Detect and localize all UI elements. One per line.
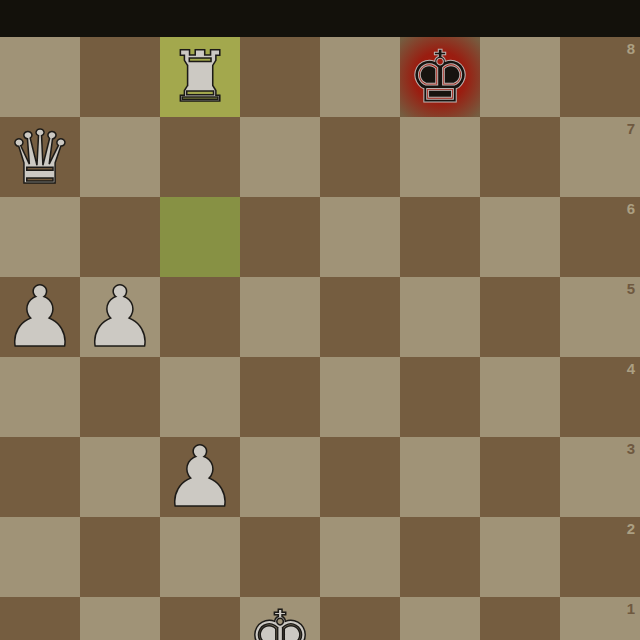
square-a8[interactable] bbox=[0, 37, 80, 117]
square-f8[interactable]: ♚ bbox=[400, 37, 480, 117]
square-d5[interactable] bbox=[240, 277, 320, 357]
square-g5[interactable] bbox=[480, 277, 560, 357]
square-h1[interactable]: 1 bbox=[560, 597, 640, 640]
chess-app-screen: ♜♚8♛76♟♟54♟32♚1 bbox=[0, 0, 640, 640]
square-d4[interactable] bbox=[240, 357, 320, 437]
rank-label-1: 1 bbox=[627, 600, 635, 617]
square-c4[interactable] bbox=[160, 357, 240, 437]
square-h6[interactable]: 6 bbox=[560, 197, 640, 277]
square-b2[interactable] bbox=[80, 517, 160, 597]
black-king[interactable]: ♚ bbox=[400, 37, 480, 117]
square-e4[interactable] bbox=[320, 357, 400, 437]
white-pawn[interactable]: ♟ bbox=[0, 277, 80, 357]
rank-label-6: 6 bbox=[627, 200, 635, 217]
square-c5[interactable] bbox=[160, 277, 240, 357]
square-b4[interactable] bbox=[80, 357, 160, 437]
square-d6[interactable] bbox=[240, 197, 320, 277]
rank-label-4: 4 bbox=[627, 360, 635, 377]
square-b6[interactable] bbox=[80, 197, 160, 277]
square-a7[interactable]: ♛ bbox=[0, 117, 80, 197]
square-h5[interactable]: 5 bbox=[560, 277, 640, 357]
square-h7[interactable]: 7 bbox=[560, 117, 640, 197]
square-d7[interactable] bbox=[240, 117, 320, 197]
rank-label-3: 3 bbox=[627, 440, 635, 457]
square-g6[interactable] bbox=[480, 197, 560, 277]
square-h3[interactable]: 3 bbox=[560, 437, 640, 517]
square-g2[interactable] bbox=[480, 517, 560, 597]
rank-label-2: 2 bbox=[627, 520, 635, 537]
square-g4[interactable] bbox=[480, 357, 560, 437]
square-c1[interactable] bbox=[160, 597, 240, 640]
square-a2[interactable] bbox=[0, 517, 80, 597]
square-e8[interactable] bbox=[320, 37, 400, 117]
square-b5[interactable]: ♟ bbox=[80, 277, 160, 357]
square-c2[interactable] bbox=[160, 517, 240, 597]
square-f7[interactable] bbox=[400, 117, 480, 197]
square-f5[interactable] bbox=[400, 277, 480, 357]
square-e2[interactable] bbox=[320, 517, 400, 597]
square-d8[interactable] bbox=[240, 37, 320, 117]
square-c7[interactable] bbox=[160, 117, 240, 197]
square-g8[interactable] bbox=[480, 37, 560, 117]
square-e7[interactable] bbox=[320, 117, 400, 197]
square-d1[interactable]: ♚ bbox=[240, 597, 320, 640]
square-a1[interactable] bbox=[0, 597, 80, 640]
square-a3[interactable] bbox=[0, 437, 80, 517]
square-d3[interactable] bbox=[240, 437, 320, 517]
square-g7[interactable] bbox=[480, 117, 560, 197]
rank-label-7: 7 bbox=[627, 120, 635, 137]
square-d2[interactable] bbox=[240, 517, 320, 597]
square-h2[interactable]: 2 bbox=[560, 517, 640, 597]
white-pawn[interactable]: ♟ bbox=[80, 277, 160, 357]
square-h8[interactable]: 8 bbox=[560, 37, 640, 117]
white-rook[interactable]: ♜ bbox=[160, 37, 240, 117]
square-a6[interactable] bbox=[0, 197, 80, 277]
square-g1[interactable] bbox=[480, 597, 560, 640]
square-e5[interactable] bbox=[320, 277, 400, 357]
square-b7[interactable] bbox=[80, 117, 160, 197]
square-a4[interactable] bbox=[0, 357, 80, 437]
top-bar bbox=[0, 0, 640, 37]
square-a5[interactable]: ♟ bbox=[0, 277, 80, 357]
square-b1[interactable] bbox=[80, 597, 160, 640]
square-e3[interactable] bbox=[320, 437, 400, 517]
square-f3[interactable] bbox=[400, 437, 480, 517]
square-f6[interactable] bbox=[400, 197, 480, 277]
square-f1[interactable] bbox=[400, 597, 480, 640]
square-f4[interactable] bbox=[400, 357, 480, 437]
white-pawn[interactable]: ♟ bbox=[160, 437, 240, 517]
square-e6[interactable] bbox=[320, 197, 400, 277]
square-b3[interactable] bbox=[80, 437, 160, 517]
square-c8[interactable]: ♜ bbox=[160, 37, 240, 117]
rank-label-5: 5 bbox=[627, 280, 635, 297]
square-e1[interactable] bbox=[320, 597, 400, 640]
board: ♜♚8♛76♟♟54♟32♚1 bbox=[0, 37, 640, 640]
square-b8[interactable] bbox=[80, 37, 160, 117]
square-f2[interactable] bbox=[400, 517, 480, 597]
square-c6[interactable] bbox=[160, 197, 240, 277]
rank-label-8: 8 bbox=[627, 40, 635, 57]
square-c3[interactable]: ♟ bbox=[160, 437, 240, 517]
square-g3[interactable] bbox=[480, 437, 560, 517]
square-h4[interactable]: 4 bbox=[560, 357, 640, 437]
white-queen[interactable]: ♛ bbox=[0, 117, 80, 197]
white-king[interactable]: ♚ bbox=[240, 597, 320, 640]
